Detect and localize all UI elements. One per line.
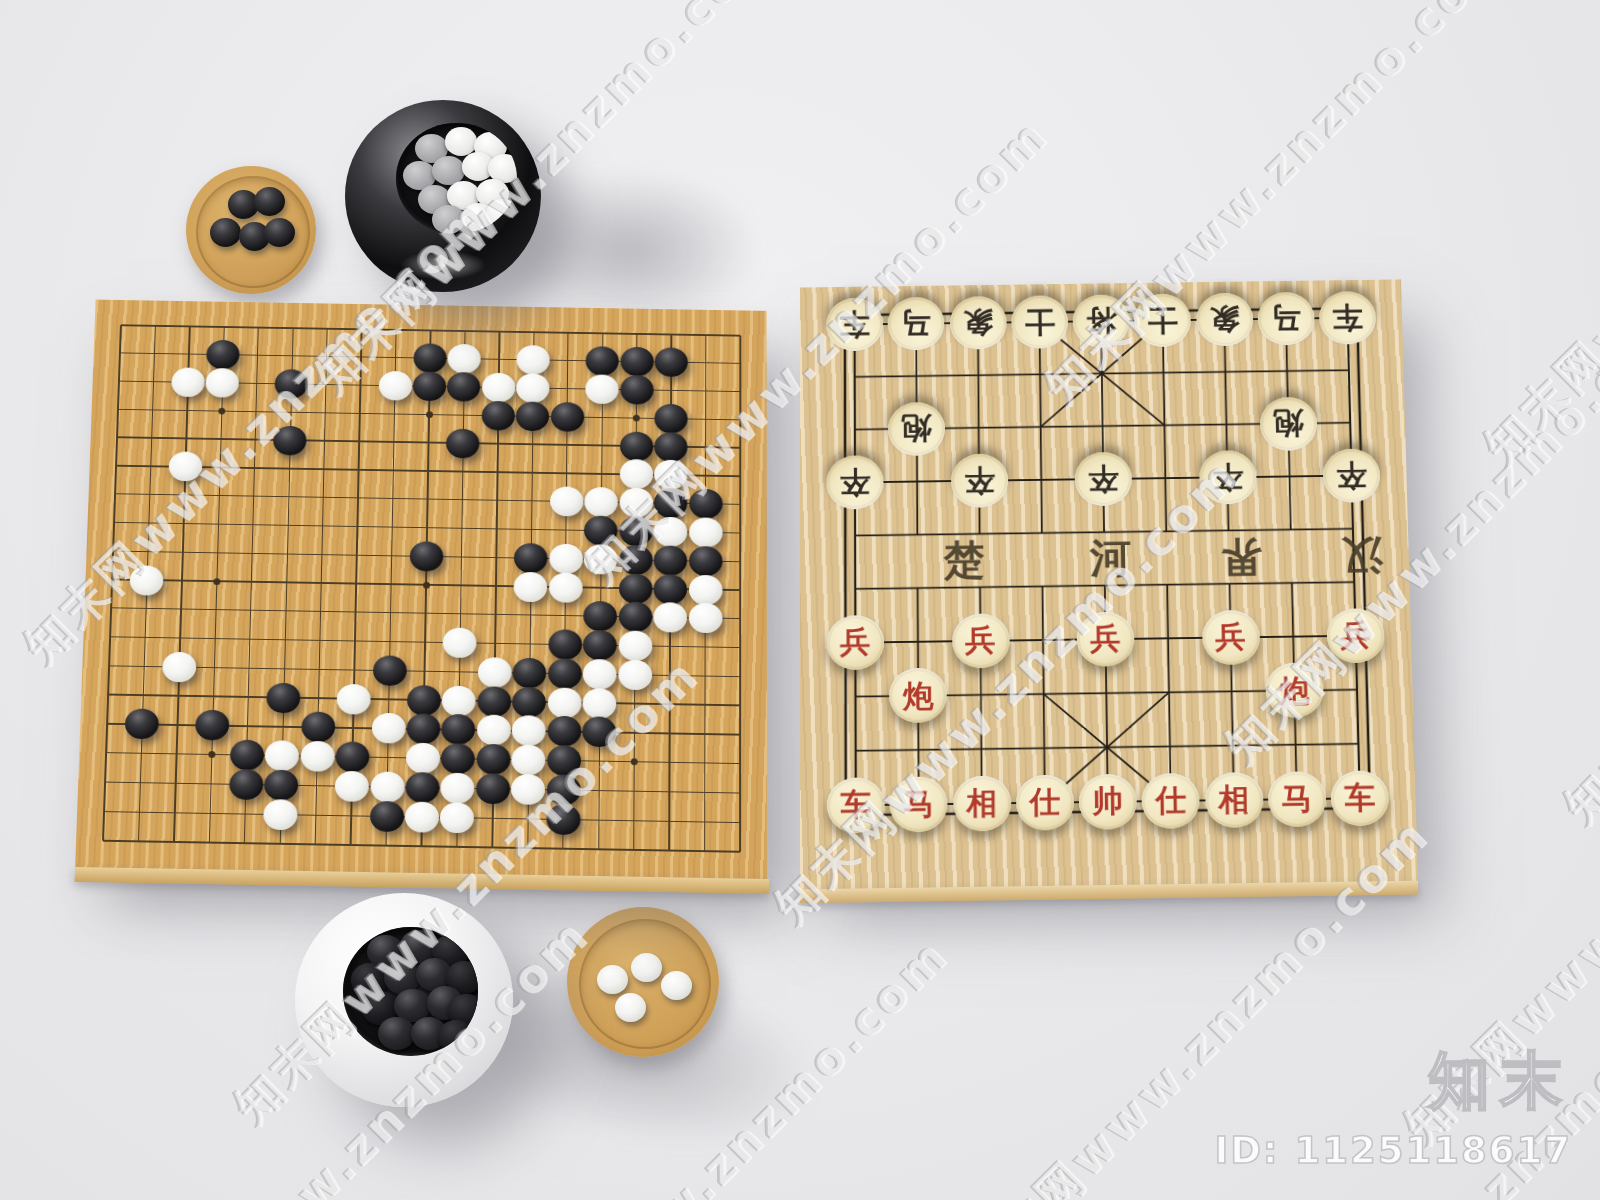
go-stone-black[interactable] bbox=[195, 710, 230, 741]
go-stone-white[interactable] bbox=[688, 603, 722, 634]
xiangqi-piece-character: 卒 bbox=[1212, 462, 1243, 492]
go-stone-black[interactable] bbox=[582, 717, 616, 748]
logo-id-text: ID: 1125118617 bbox=[1214, 1129, 1572, 1172]
go-stone-white[interactable] bbox=[547, 687, 581, 718]
go-stone-black[interactable] bbox=[446, 428, 480, 458]
xiangqi-piece-red[interactable]: 马 bbox=[1267, 771, 1326, 827]
xiangqi-piece-character: 车 bbox=[839, 310, 869, 340]
tray-stone-white bbox=[661, 971, 692, 1000]
river-text-char: 河 bbox=[1090, 531, 1132, 586]
go-grid-line bbox=[102, 325, 122, 841]
xiangqi-piece-character: 车 bbox=[1344, 783, 1376, 814]
go-stone-white[interactable] bbox=[619, 459, 652, 489]
go-stone-black[interactable] bbox=[547, 774, 581, 805]
go-stone-black[interactable] bbox=[405, 772, 439, 803]
go-stone-white[interactable] bbox=[517, 345, 550, 375]
go-stone-white[interactable] bbox=[440, 802, 474, 833]
go-stone-black[interactable] bbox=[584, 515, 618, 545]
xiangqi-piece-red[interactable]: 相 bbox=[953, 776, 1011, 832]
bowl-stone-white bbox=[486, 199, 518, 228]
go-stone-black[interactable] bbox=[618, 602, 652, 633]
go-stone-black[interactable] bbox=[654, 432, 687, 462]
go-stone-white[interactable] bbox=[619, 488, 653, 518]
go-stone-black[interactable] bbox=[513, 658, 547, 689]
go-stone-white[interactable] bbox=[618, 631, 652, 662]
go-stone-white[interactable] bbox=[689, 517, 722, 547]
xiangqi-piece-character: 车 bbox=[840, 790, 871, 821]
white-stone-bowl bbox=[295, 893, 513, 1107]
xiangqi-piece-black[interactable]: 马 bbox=[1257, 292, 1315, 346]
bowl-opening bbox=[343, 927, 478, 1055]
go-stone-white[interactable] bbox=[478, 657, 512, 688]
xiangqi-piece-character: 炮 bbox=[1279, 675, 1310, 706]
go-stone-black[interactable] bbox=[441, 743, 475, 774]
bowl-stone-black bbox=[378, 1017, 414, 1050]
xiangqi-board-edge bbox=[800, 881, 1418, 904]
go-stone-black[interactable] bbox=[654, 404, 687, 434]
xiangqi-piece-red[interactable]: 兵 bbox=[1326, 608, 1385, 663]
go-stone-black[interactable] bbox=[619, 573, 653, 603]
go-stone-black[interactable] bbox=[620, 431, 653, 461]
xiangqi-piece-red[interactable]: 帅 bbox=[1079, 774, 1138, 830]
xiangqi-piece-black[interactable]: 象 bbox=[1196, 293, 1254, 347]
go-grid-line bbox=[739, 336, 741, 852]
white-stone-tray bbox=[567, 907, 719, 1057]
go-stone-white[interactable] bbox=[168, 452, 202, 482]
go-stone-white[interactable] bbox=[511, 774, 545, 805]
xiangqi-piece-character: 炮 bbox=[1273, 409, 1304, 439]
go-stone-black[interactable] bbox=[481, 401, 515, 431]
go-stone-black[interactable] bbox=[583, 630, 617, 661]
xiangqi-piece-character: 象 bbox=[963, 308, 993, 338]
xiangqi-piece-character: 兵 bbox=[1215, 622, 1246, 653]
go-stone-black[interactable] bbox=[619, 545, 653, 575]
xiangqi-piece-character: 帅 bbox=[1092, 786, 1123, 817]
go-stone-black[interactable] bbox=[689, 489, 722, 519]
go-stone-white[interactable] bbox=[405, 801, 439, 832]
go-stone-white[interactable] bbox=[549, 572, 583, 602]
go-stone-white[interactable] bbox=[585, 374, 618, 404]
go-star-point bbox=[208, 751, 215, 758]
xiangqi-piece-red[interactable]: 仕 bbox=[1142, 773, 1201, 829]
river-text-char: 汉 bbox=[1342, 528, 1385, 583]
go-stone-white[interactable] bbox=[370, 771, 404, 802]
tray-stone-black bbox=[264, 218, 295, 247]
watermark-text: 知末网www.znzmo.com bbox=[1471, 0, 1600, 477]
go-stone-white[interactable] bbox=[441, 773, 475, 804]
go-stone-white[interactable] bbox=[584, 487, 618, 517]
go-star-point bbox=[631, 758, 638, 765]
bowl-stone-black bbox=[438, 1020, 474, 1053]
xiangqi-piece-character: 马 bbox=[903, 789, 934, 820]
go-stone-black[interactable] bbox=[447, 372, 481, 402]
go-stone-black[interactable] bbox=[406, 714, 440, 745]
go-stone-black[interactable] bbox=[264, 770, 299, 801]
river-text-char: 楚 bbox=[943, 533, 985, 588]
go-stone-black[interactable] bbox=[275, 369, 309, 399]
go-stone-white[interactable] bbox=[335, 771, 369, 802]
xiangqi-piece-character: 卒 bbox=[1336, 461, 1367, 491]
go-stone-white[interactable] bbox=[653, 602, 687, 633]
xiangqi-piece-black[interactable]: 炮 bbox=[1259, 397, 1317, 451]
xiangqi-piece-character: 相 bbox=[966, 788, 997, 819]
go-stone-black[interactable] bbox=[620, 347, 653, 377]
go-stone-black[interactable] bbox=[230, 740, 265, 771]
go-stone-white[interactable] bbox=[265, 740, 300, 771]
go-stone-black[interactable] bbox=[546, 804, 580, 835]
go-stone-white[interactable] bbox=[378, 371, 412, 401]
go-stone-white[interactable] bbox=[514, 571, 548, 601]
scene: 楚河界汉车马象士将士象马车炮炮卒卒卒卒卒兵兵兵兵兵炮炮车马相仕帅仕相马车 知末网… bbox=[0, 0, 1600, 1200]
go-stone-black[interactable] bbox=[654, 574, 688, 604]
xiangqi-piece-character: 马 bbox=[1281, 784, 1313, 815]
xiangqi-piece-black[interactable]: 象 bbox=[949, 296, 1006, 350]
go-stone-black[interactable] bbox=[512, 686, 546, 717]
go-stone-white[interactable] bbox=[654, 517, 688, 547]
go-stone-black[interactable] bbox=[654, 545, 688, 575]
go-stone-white[interactable] bbox=[130, 565, 164, 595]
go-stone-white[interactable] bbox=[583, 688, 617, 719]
go-stone-black[interactable] bbox=[407, 685, 441, 716]
go-board[interactable] bbox=[75, 300, 767, 879]
xiangqi-piece-red[interactable]: 车 bbox=[827, 777, 885, 833]
go-stone-white[interactable] bbox=[205, 368, 239, 398]
go-stone-white[interactable] bbox=[442, 685, 476, 716]
go-stone-black[interactable] bbox=[413, 371, 447, 401]
go-stone-white[interactable] bbox=[448, 344, 482, 374]
xiangqi-piece-character: 仕 bbox=[1155, 785, 1186, 816]
go-stone-black[interactable] bbox=[620, 375, 653, 405]
xiangqi-piece-character: 炮 bbox=[902, 414, 933, 444]
xiangqi-piece-black[interactable]: 卒 bbox=[1198, 450, 1256, 504]
go-star-point bbox=[218, 408, 225, 415]
go-grid-line bbox=[385, 330, 396, 846]
go-stone-black[interactable] bbox=[689, 546, 723, 576]
xiangqi-piece-black[interactable]: 车 bbox=[1319, 291, 1377, 345]
go-stone-black[interactable] bbox=[548, 629, 582, 660]
go-stone-black[interactable] bbox=[266, 682, 300, 713]
go-stone-white[interactable] bbox=[263, 799, 298, 830]
xiangqi-piece-red[interactable]: 相 bbox=[1204, 772, 1263, 828]
xiangqi-piece-character: 象 bbox=[1209, 305, 1240, 335]
go-stone-black[interactable] bbox=[369, 801, 403, 832]
go-stone-black[interactable] bbox=[477, 686, 511, 717]
go-stone-black[interactable] bbox=[229, 769, 264, 800]
xiangqi-piece-character: 卒 bbox=[964, 466, 995, 496]
go-stone-white[interactable] bbox=[512, 745, 546, 776]
go-stone-black[interactable] bbox=[619, 516, 653, 546]
go-stone-white[interactable] bbox=[549, 543, 583, 573]
go-stone-white[interactable] bbox=[300, 741, 334, 772]
go-star-point bbox=[426, 411, 433, 418]
go-stone-white[interactable] bbox=[688, 574, 722, 604]
go-stone-white[interactable] bbox=[516, 373, 549, 403]
go-stone-black[interactable] bbox=[413, 344, 447, 374]
go-stone-white[interactable] bbox=[654, 460, 687, 490]
xiangqi-piece-character: 仕 bbox=[1029, 787, 1060, 818]
xiangqi-piece-character: 士 bbox=[1024, 307, 1055, 337]
go-stone-white[interactable] bbox=[406, 743, 440, 774]
go-stone-white[interactable] bbox=[512, 715, 546, 746]
go-grid-line bbox=[173, 326, 190, 842]
go-stone-white[interactable] bbox=[337, 683, 371, 714]
go-stone-white[interactable] bbox=[171, 367, 205, 397]
xiangqi-piece-black[interactable]: 卒 bbox=[950, 453, 1007, 507]
go-star-point bbox=[423, 581, 430, 588]
go-grid-line bbox=[208, 327, 224, 843]
xiangqi-piece-character: 士 bbox=[1147, 306, 1178, 336]
xiangqi-piece-character: 炮 bbox=[903, 680, 934, 711]
xiangqi-piece-character: 车 bbox=[1332, 303, 1363, 333]
xiangqi-piece-character: 将 bbox=[1086, 306, 1117, 336]
go-stone-black[interactable] bbox=[654, 488, 687, 518]
tray-stone-white bbox=[615, 993, 646, 1022]
go-stone-black[interactable] bbox=[335, 742, 369, 773]
go-stone-white[interactable] bbox=[482, 373, 516, 403]
tray-stone-black bbox=[254, 187, 285, 216]
tray-stone-white bbox=[597, 965, 628, 994]
river-text-char: 界 bbox=[1220, 530, 1262, 585]
go-stone-black[interactable] bbox=[655, 348, 688, 378]
go-stone-white[interactable] bbox=[550, 487, 584, 517]
go-board-edge bbox=[75, 867, 769, 894]
go-stone-white[interactable] bbox=[162, 652, 197, 683]
go-stone-black[interactable] bbox=[410, 541, 444, 571]
xiangqi-piece-character: 兵 bbox=[840, 627, 871, 658]
xiangqi-piece-red[interactable]: 车 bbox=[1330, 770, 1389, 826]
go-stone-black[interactable] bbox=[273, 425, 307, 455]
tray-stone-white bbox=[631, 953, 662, 982]
xiangqi-piece-character: 卒 bbox=[840, 467, 871, 497]
go-stone-black[interactable] bbox=[551, 402, 584, 432]
xiangqi-piece-character: 兵 bbox=[1340, 620, 1371, 651]
go-stone-black[interactable] bbox=[442, 714, 476, 745]
go-stone-black[interactable] bbox=[372, 655, 406, 686]
go-stone-white[interactable] bbox=[618, 659, 652, 690]
go-stone-black[interactable] bbox=[206, 340, 240, 370]
xiangqi-piece-character: 马 bbox=[1270, 304, 1301, 334]
go-stone-black[interactable] bbox=[583, 601, 617, 632]
bowl-stone-white bbox=[432, 205, 465, 234]
go-stone-black[interactable] bbox=[548, 658, 582, 689]
go-stone-black[interactable] bbox=[514, 543, 548, 573]
watermark-text: 知末网www.znzmo.com bbox=[1551, 345, 1600, 837]
xiangqi-piece-red[interactable]: 仕 bbox=[1016, 775, 1074, 831]
go-star-point bbox=[633, 415, 640, 422]
xiangqi-board[interactable]: 楚河界汉车马象士将士象马车炮炮卒卒卒卒卒兵兵兵兵兵炮炮车马相仕帅仕相马车 bbox=[800, 279, 1418, 889]
logo-brand-text: 知末 bbox=[1214, 1039, 1572, 1123]
go-stone-black[interactable] bbox=[547, 745, 581, 776]
go-stone-white[interactable] bbox=[583, 659, 617, 690]
go-stone-white[interactable] bbox=[371, 713, 405, 744]
go-stone-white[interactable] bbox=[477, 715, 511, 746]
xiangqi-piece-character: 马 bbox=[901, 309, 931, 339]
go-stone-white[interactable] bbox=[443, 628, 477, 659]
go-star-point bbox=[213, 578, 220, 585]
site-logo: 知末 ID: 1125118617 bbox=[1214, 1039, 1572, 1172]
go-stone-black[interactable] bbox=[516, 401, 550, 431]
go-stone-black[interactable] bbox=[301, 712, 335, 743]
xiangqi-piece-character: 兵 bbox=[1090, 624, 1121, 655]
go-stone-black[interactable] bbox=[476, 773, 510, 804]
tray-stone-black bbox=[210, 218, 241, 247]
xiangqi-piece-character: 相 bbox=[1218, 785, 1249, 816]
go-stone-white[interactable] bbox=[584, 544, 618, 574]
xiangqi-piece-black[interactable]: 士 bbox=[1011, 295, 1068, 349]
xiangqi-piece-black[interactable]: 卒 bbox=[1322, 448, 1380, 502]
black-stone-tray bbox=[186, 166, 316, 294]
go-stone-black[interactable] bbox=[476, 744, 510, 775]
go-stone-black[interactable] bbox=[547, 716, 581, 747]
xiangqi-piece-character: 兵 bbox=[965, 626, 996, 657]
xiangqi-piece-red[interactable]: 马 bbox=[890, 776, 948, 832]
go-stone-black[interactable] bbox=[586, 346, 619, 376]
go-grid-line bbox=[598, 333, 604, 849]
bowl-opening bbox=[396, 123, 518, 234]
black-stone-bowl bbox=[345, 100, 541, 292]
xiangqi-piece-character: 卒 bbox=[1088, 464, 1119, 494]
go-stone-black[interactable] bbox=[125, 709, 160, 740]
